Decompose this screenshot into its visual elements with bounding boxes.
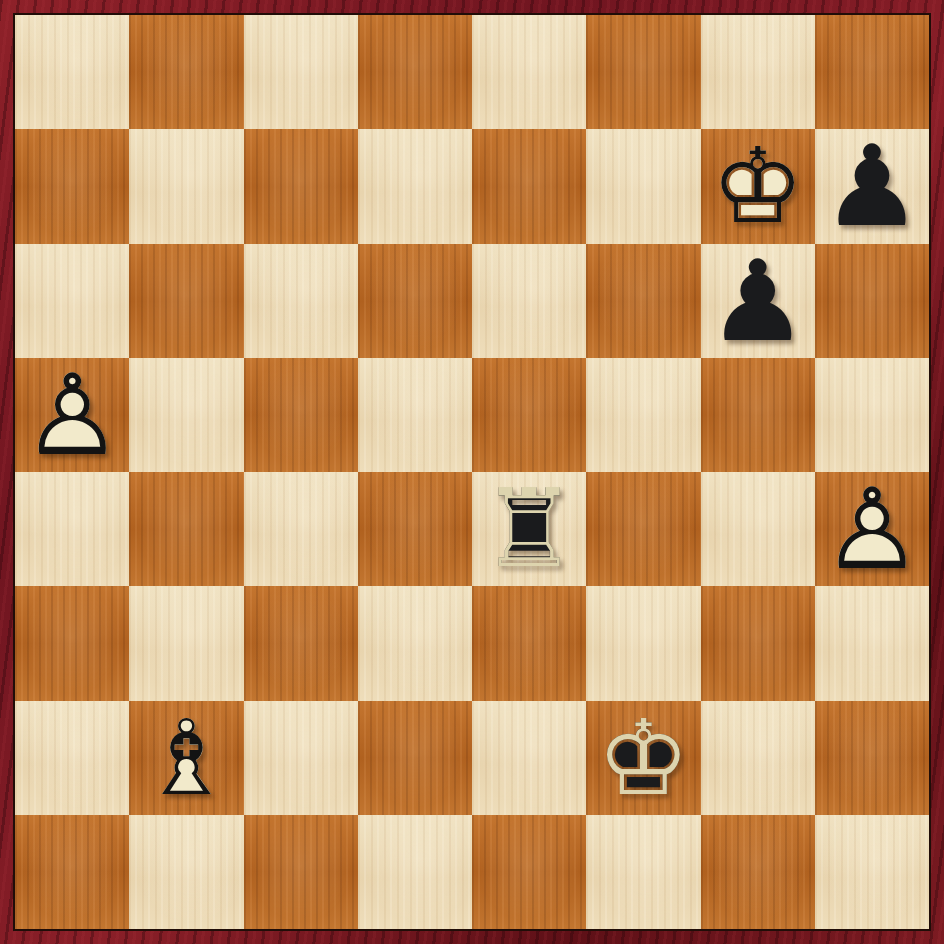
square-a4[interactable]: [15, 472, 129, 586]
square-h3[interactable]: [815, 586, 929, 700]
white-bishop-glyph: ♝: [129, 701, 243, 815]
square-a7[interactable]: [15, 129, 129, 243]
chess-board: ♚♔♟♟♟♙♜♖♟♙♝♗♚♔: [13, 13, 931, 931]
square-d1[interactable]: [358, 815, 472, 929]
square-g2[interactable]: [701, 701, 815, 815]
square-g1[interactable]: [701, 815, 815, 929]
square-h2[interactable]: [815, 701, 929, 815]
square-b8[interactable]: [129, 15, 243, 129]
black-pawn[interactable]: ♟: [701, 244, 815, 358]
square-b4[interactable]: [129, 472, 243, 586]
square-c5[interactable]: [244, 358, 358, 472]
white-pawn-outline: ♙: [815, 472, 929, 586]
square-h6[interactable]: [815, 244, 929, 358]
square-f8[interactable]: [586, 15, 700, 129]
white-pawn-glyph: ♟: [815, 472, 929, 586]
square-b3[interactable]: [129, 586, 243, 700]
black-king-outline: ♔: [586, 701, 700, 815]
square-g8[interactable]: [701, 15, 815, 129]
black-rook[interactable]: ♜♖: [472, 472, 586, 586]
square-d2[interactable]: [358, 701, 472, 815]
square-e7[interactable]: [472, 129, 586, 243]
white-king-glyph: ♚: [701, 129, 815, 243]
white-pawn[interactable]: ♟♙: [15, 358, 129, 472]
white-pawn-glyph: ♟: [15, 358, 129, 472]
square-b2[interactable]: ♝♗: [129, 701, 243, 815]
square-f4[interactable]: [586, 472, 700, 586]
black-king[interactable]: ♚♔: [586, 701, 700, 815]
square-e3[interactable]: [472, 586, 586, 700]
white-king[interactable]: ♚♔: [701, 129, 815, 243]
black-pawn-glyph: ♟: [815, 129, 929, 243]
square-g3[interactable]: [701, 586, 815, 700]
square-c8[interactable]: [244, 15, 358, 129]
white-king-outline: ♔: [701, 129, 815, 243]
square-d3[interactable]: [358, 586, 472, 700]
black-pawn-glyph: ♟: [701, 244, 815, 358]
white-bishop-outline: ♗: [129, 701, 243, 815]
square-h1[interactable]: [815, 815, 929, 929]
square-c7[interactable]: [244, 129, 358, 243]
square-g5[interactable]: [701, 358, 815, 472]
square-f6[interactable]: [586, 244, 700, 358]
square-c6[interactable]: [244, 244, 358, 358]
square-c1[interactable]: [244, 815, 358, 929]
board-frame: ♚♔♟♟♟♙♜♖♟♙♝♗♚♔: [0, 0, 944, 944]
square-c4[interactable]: [244, 472, 358, 586]
square-h5[interactable]: [815, 358, 929, 472]
square-f1[interactable]: [586, 815, 700, 929]
square-h7[interactable]: ♟: [815, 129, 929, 243]
white-pawn[interactable]: ♟♙: [815, 472, 929, 586]
square-f5[interactable]: [586, 358, 700, 472]
square-e1[interactable]: [472, 815, 586, 929]
square-d8[interactable]: [358, 15, 472, 129]
square-d5[interactable]: [358, 358, 472, 472]
square-c2[interactable]: [244, 701, 358, 815]
square-h4[interactable]: ♟♙: [815, 472, 929, 586]
square-f3[interactable]: [586, 586, 700, 700]
black-pawn[interactable]: ♟: [815, 129, 929, 243]
square-b1[interactable]: [129, 815, 243, 929]
square-f2[interactable]: ♚♔: [586, 701, 700, 815]
square-g6[interactable]: ♟: [701, 244, 815, 358]
square-a5[interactable]: ♟♙: [15, 358, 129, 472]
square-b6[interactable]: [129, 244, 243, 358]
square-a1[interactable]: [15, 815, 129, 929]
white-bishop[interactable]: ♝♗: [129, 701, 243, 815]
black-king-glyph: ♚: [586, 701, 700, 815]
square-a8[interactable]: [15, 15, 129, 129]
square-b5[interactable]: [129, 358, 243, 472]
black-rook-outline: ♖: [472, 472, 586, 586]
square-a2[interactable]: [15, 701, 129, 815]
square-a6[interactable]: [15, 244, 129, 358]
white-pawn-outline: ♙: [15, 358, 129, 472]
square-d7[interactable]: [358, 129, 472, 243]
square-h8[interactable]: [815, 15, 929, 129]
square-e4[interactable]: ♜♖: [472, 472, 586, 586]
square-e2[interactable]: [472, 701, 586, 815]
square-c3[interactable]: [244, 586, 358, 700]
square-e6[interactable]: [472, 244, 586, 358]
square-d6[interactable]: [358, 244, 472, 358]
square-f7[interactable]: [586, 129, 700, 243]
square-e8[interactable]: [472, 15, 586, 129]
square-d4[interactable]: [358, 472, 472, 586]
square-g4[interactable]: [701, 472, 815, 586]
square-b7[interactable]: [129, 129, 243, 243]
square-g7[interactable]: ♚♔: [701, 129, 815, 243]
square-a3[interactable]: [15, 586, 129, 700]
square-e5[interactable]: [472, 358, 586, 472]
black-rook-glyph: ♜: [472, 472, 586, 586]
